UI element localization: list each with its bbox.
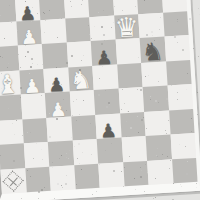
square-b8[interactable]: ♟ — [14, 0, 40, 21]
square-e7[interactable] — [89, 15, 115, 41]
square-b1[interactable] — [25, 166, 51, 192]
square-g3[interactable] — [144, 110, 170, 136]
square-e3[interactable]: ♟ — [95, 113, 121, 139]
square-f3[interactable] — [120, 111, 146, 137]
square-a3[interactable] — [0, 119, 23, 145]
square-c1[interactable] — [49, 165, 75, 191]
square-h7[interactable] — [163, 11, 189, 37]
square-a8[interactable] — [0, 0, 16, 23]
square-e1[interactable] — [98, 162, 124, 188]
square-b2[interactable] — [23, 142, 49, 168]
photo-viewport: ♟♟♛♟♞♝♟♟♞♟♟ — [0, 0, 200, 200]
square-h1[interactable] — [172, 157, 198, 183]
square-d2[interactable] — [72, 139, 98, 165]
square-c2[interactable] — [48, 140, 74, 166]
square-d7[interactable] — [65, 17, 91, 43]
square-a6[interactable] — [0, 46, 19, 72]
square-c6[interactable] — [42, 43, 68, 69]
square-g5[interactable] — [141, 61, 167, 87]
square-a2[interactable] — [0, 143, 25, 169]
square-a7[interactable] — [0, 21, 17, 47]
square-g6[interactable]: ♞ — [140, 37, 166, 63]
square-c4[interactable]: ♟ — [45, 92, 71, 118]
square-h3[interactable] — [169, 108, 195, 134]
square-a1[interactable] — [0, 168, 26, 194]
square-c5[interactable]: ♟ — [43, 67, 69, 93]
square-e5[interactable] — [92, 64, 118, 90]
square-d5[interactable]: ♞ — [68, 66, 94, 92]
square-a4[interactable] — [0, 94, 22, 120]
square-h6[interactable] — [164, 35, 190, 61]
square-e4[interactable] — [94, 89, 120, 115]
square-c7[interactable] — [40, 18, 66, 44]
square-f4[interactable] — [118, 87, 144, 113]
square-b7[interactable]: ♟ — [16, 20, 42, 46]
square-b4[interactable] — [20, 93, 46, 119]
square-f6[interactable] — [115, 38, 141, 64]
square-b6[interactable] — [17, 44, 43, 70]
diamond-ornament — [3, 170, 24, 191]
square-g1[interactable] — [147, 159, 173, 185]
square-g2[interactable] — [146, 134, 172, 160]
square-h2[interactable] — [170, 133, 196, 159]
square-f5[interactable] — [117, 63, 143, 89]
square-b3[interactable] — [22, 117, 48, 143]
chess-board[interactable]: ♟♟♛♟♞♝♟♟♞♟♟ — [0, 0, 198, 194]
square-e8[interactable] — [88, 0, 114, 17]
square-e2[interactable] — [97, 137, 123, 163]
square-c3[interactable] — [46, 116, 72, 142]
square-d3[interactable] — [71, 114, 97, 140]
square-d4[interactable] — [69, 90, 95, 116]
square-c8[interactable] — [39, 0, 65, 20]
square-f1[interactable] — [123, 160, 149, 186]
square-h5[interactable] — [166, 60, 192, 86]
square-e6[interactable]: ♟ — [91, 40, 117, 66]
chess-board-frame: ♟♟♛♟♞♝♟♟♞♟♟ — [0, 0, 200, 200]
square-a5[interactable]: ♝ — [0, 70, 20, 96]
square-d8[interactable] — [63, 0, 89, 18]
square-g4[interactable] — [143, 86, 169, 112]
square-d6[interactable] — [66, 41, 92, 67]
square-g7[interactable] — [138, 12, 164, 38]
square-d1[interactable] — [74, 163, 100, 189]
square-f7[interactable]: ♛ — [114, 14, 140, 40]
square-h4[interactable] — [167, 84, 193, 110]
square-f2[interactable] — [121, 136, 147, 162]
square-b5[interactable]: ♟ — [19, 69, 45, 95]
